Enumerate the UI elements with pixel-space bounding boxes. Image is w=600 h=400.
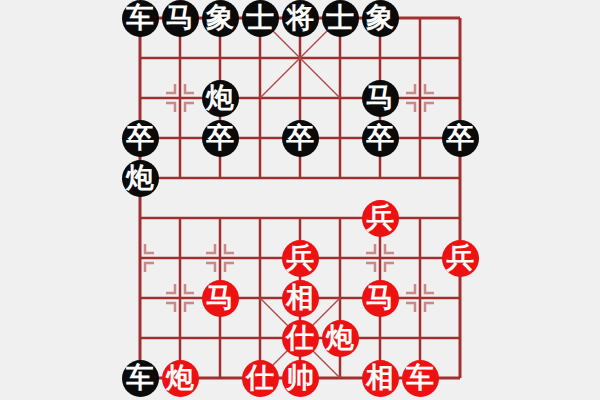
- pieces-layer: 车马象士将士象炮马卒卒卒卒卒炮车兵兵兵马相马仕炮炮仕帅相车: [120, 0, 480, 398]
- piece-black-general[interactable]: 将: [282, 0, 319, 37]
- piece-red-horse[interactable]: 马: [202, 280, 239, 317]
- piece-red-general[interactable]: 帅: [282, 360, 319, 397]
- piece-red-advisor[interactable]: 仕: [282, 320, 319, 357]
- piece-black-horse[interactable]: 马: [362, 80, 399, 117]
- piece-black-advisor[interactable]: 士: [242, 0, 279, 37]
- piece-black-cannon[interactable]: 炮: [202, 80, 239, 117]
- xiangqi-board: 车马象士将士象炮马卒卒卒卒卒炮车兵兵兵马相马仕炮炮仕帅相车: [0, 0, 600, 400]
- piece-red-cannon[interactable]: 炮: [322, 320, 359, 357]
- piece-black-soldier[interactable]: 卒: [362, 120, 399, 157]
- piece-black-horse[interactable]: 马: [162, 0, 199, 37]
- piece-black-soldier[interactable]: 卒: [122, 120, 159, 157]
- piece-red-cannon[interactable]: 炮: [162, 360, 199, 397]
- piece-black-chariot[interactable]: 车: [122, 0, 159, 37]
- piece-red-chariot[interactable]: 车: [402, 360, 439, 397]
- piece-red-elephant[interactable]: 相: [362, 360, 399, 397]
- piece-red-horse[interactable]: 马: [362, 280, 399, 317]
- piece-red-soldier[interactable]: 兵: [362, 200, 399, 237]
- piece-red-soldier[interactable]: 兵: [442, 240, 479, 277]
- piece-black-soldier[interactable]: 卒: [202, 120, 239, 157]
- piece-black-soldier[interactable]: 卒: [282, 120, 319, 157]
- piece-black-cannon[interactable]: 炮: [122, 160, 159, 197]
- piece-red-soldier[interactable]: 兵: [282, 240, 319, 277]
- piece-black-chariot[interactable]: 车: [122, 360, 159, 397]
- piece-black-soldier[interactable]: 卒: [442, 120, 479, 157]
- piece-black-advisor[interactable]: 士: [322, 0, 359, 37]
- piece-red-elephant[interactable]: 相: [282, 280, 319, 317]
- piece-red-advisor[interactable]: 仕: [242, 360, 279, 397]
- piece-black-elephant[interactable]: 象: [362, 0, 399, 37]
- piece-black-elephant[interactable]: 象: [202, 0, 239, 37]
